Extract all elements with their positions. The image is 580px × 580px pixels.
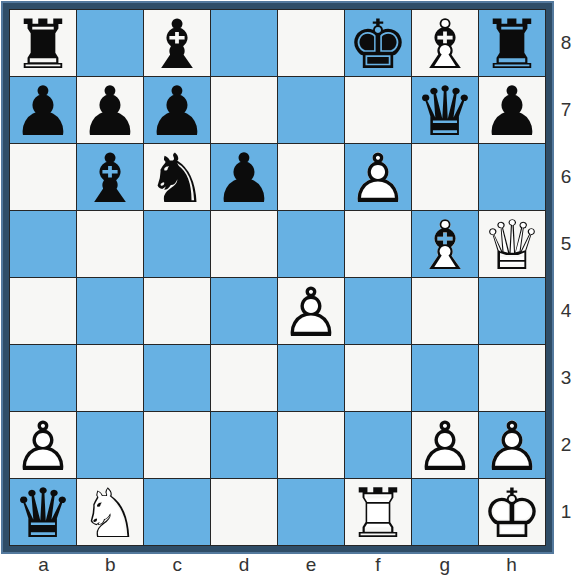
square-b4[interactable] [77,278,143,344]
square-b5[interactable] [77,211,143,277]
square-d6[interactable]: ♟ [211,144,277,210]
piece-black-queen[interactable]: ♛ [13,480,74,548]
square-f2[interactable] [345,412,411,478]
piece-black-knight[interactable]: ♞ [147,145,208,213]
piece-black-bishop[interactable]: ♝ [80,145,141,213]
piece-white-queen[interactable]: ♛♕ [482,212,543,280]
square-c1[interactable] [144,479,210,545]
square-g1[interactable] [412,479,478,545]
piece-white-pawn[interactable]: ♟♙ [281,279,342,347]
square-g8[interactable]: ♝♗ [412,10,478,76]
square-c4[interactable] [144,278,210,344]
square-f4[interactable] [345,278,411,344]
square-h5[interactable]: ♛♕ [479,211,545,277]
file-label-e: e [278,551,345,578]
square-e7[interactable] [278,77,344,143]
square-f6[interactable]: ♟♙ [345,144,411,210]
square-a5[interactable] [10,211,76,277]
rank-label-1: 1 [553,478,579,545]
chess-board: ♜♝♚♝♗♜♟♟♟♛♟♝♞♟♟♙♝♗♛♕♟♙♟♙♟♙♟♙♛♞♘♜♖♚♔ [9,9,546,546]
square-c7[interactable]: ♟ [144,77,210,143]
piece-white-pawn[interactable]: ♟♙ [482,413,543,481]
square-a2[interactable]: ♟♙ [10,412,76,478]
rank-label-3: 3 [553,344,579,411]
file-label-c: c [144,551,211,578]
square-h4[interactable] [479,278,545,344]
file-label-h: h [478,551,545,578]
square-d3[interactable] [211,345,277,411]
square-a4[interactable] [10,278,76,344]
piece-black-king[interactable]: ♚ [348,11,409,79]
rank-label-6: 6 [553,144,579,211]
piece-black-pawn[interactable]: ♟ [214,145,275,213]
square-g4[interactable] [412,278,478,344]
piece-black-rook[interactable]: ♜ [13,11,74,79]
square-c5[interactable] [144,211,210,277]
rank-label-5: 5 [553,211,579,278]
square-f8[interactable]: ♚ [345,10,411,76]
square-e3[interactable] [278,345,344,411]
rank-label-7: 7 [553,77,579,144]
board-frame: ♜♝♚♝♗♜♟♟♟♛♟♝♞♟♟♙♝♗♛♕♟♙♟♙♟♙♟♙♛♞♘♜♖♚♔ [1,1,554,554]
square-e8[interactable] [278,10,344,76]
file-label-f: f [344,551,411,578]
square-f5[interactable] [345,211,411,277]
square-b6[interactable]: ♝ [77,144,143,210]
square-b3[interactable] [77,345,143,411]
piece-black-bishop[interactable]: ♝ [147,11,208,79]
square-g7[interactable]: ♛ [412,77,478,143]
square-d2[interactable] [211,412,277,478]
piece-white-bishop[interactable]: ♝♗ [415,212,476,280]
square-a8[interactable]: ♜ [10,10,76,76]
square-e5[interactable] [278,211,344,277]
square-c3[interactable] [144,345,210,411]
square-a1[interactable]: ♛ [10,479,76,545]
piece-black-pawn[interactable]: ♟ [13,78,74,146]
file-label-b: b [77,551,144,578]
rank-label-2: 2 [553,411,579,478]
square-d7[interactable] [211,77,277,143]
file-label-d: d [211,551,278,578]
square-f3[interactable] [345,345,411,411]
rank-labels: 87654321 [553,10,579,545]
file-label-a: a [10,551,77,578]
square-h3[interactable] [479,345,545,411]
square-h2[interactable]: ♟♙ [479,412,545,478]
square-a6[interactable] [10,144,76,210]
square-c8[interactable]: ♝ [144,10,210,76]
square-e1[interactable] [278,479,344,545]
square-d1[interactable] [211,479,277,545]
square-g5[interactable]: ♝♗ [412,211,478,277]
square-c6[interactable]: ♞ [144,144,210,210]
piece-black-queen[interactable]: ♛ [415,78,476,146]
square-d8[interactable] [211,10,277,76]
square-f7[interactable] [345,77,411,143]
piece-black-rook[interactable]: ♜ [482,11,543,79]
square-e2[interactable] [278,412,344,478]
square-g6[interactable] [412,144,478,210]
square-h6[interactable] [479,144,545,210]
square-g3[interactable] [412,345,478,411]
piece-white-pawn[interactable]: ♟♙ [13,413,74,481]
file-label-g: g [411,551,478,578]
piece-black-pawn[interactable]: ♟ [482,78,543,146]
square-e4[interactable]: ♟♙ [278,278,344,344]
square-h8[interactable]: ♜ [479,10,545,76]
rank-label-8: 8 [553,10,579,77]
square-c2[interactable] [144,412,210,478]
piece-white-rook[interactable]: ♜♖ [348,480,409,548]
piece-white-pawn[interactable]: ♟♙ [348,145,409,213]
square-e6[interactable] [278,144,344,210]
square-a3[interactable] [10,345,76,411]
file-labels: abcdefgh [10,551,545,578]
square-b7[interactable]: ♟ [77,77,143,143]
piece-white-knight[interactable]: ♞♘ [80,480,141,548]
square-g2[interactable]: ♟♙ [412,412,478,478]
square-h7[interactable]: ♟ [479,77,545,143]
piece-white-pawn[interactable]: ♟♙ [415,413,476,481]
rank-label-4: 4 [553,278,579,345]
piece-white-bishop[interactable]: ♝♗ [415,11,476,79]
square-b1[interactable]: ♞♘ [77,479,143,545]
square-h1[interactable]: ♚♔ [479,479,545,545]
square-b8[interactable] [77,10,143,76]
piece-black-pawn[interactable]: ♟ [147,78,208,146]
square-a7[interactable]: ♟ [10,77,76,143]
square-d4[interactable] [211,278,277,344]
square-f1[interactable]: ♜♖ [345,479,411,545]
chessboard-app: ♜♝♚♝♗♜♟♟♟♛♟♝♞♟♟♙♝♗♛♕♟♙♟♙♟♙♟♙♛♞♘♜♖♚♔ abcd… [0,0,580,580]
square-b2[interactable] [77,412,143,478]
piece-black-pawn[interactable]: ♟ [80,78,141,146]
piece-white-king[interactable]: ♚♔ [482,480,543,548]
square-d5[interactable] [211,211,277,277]
